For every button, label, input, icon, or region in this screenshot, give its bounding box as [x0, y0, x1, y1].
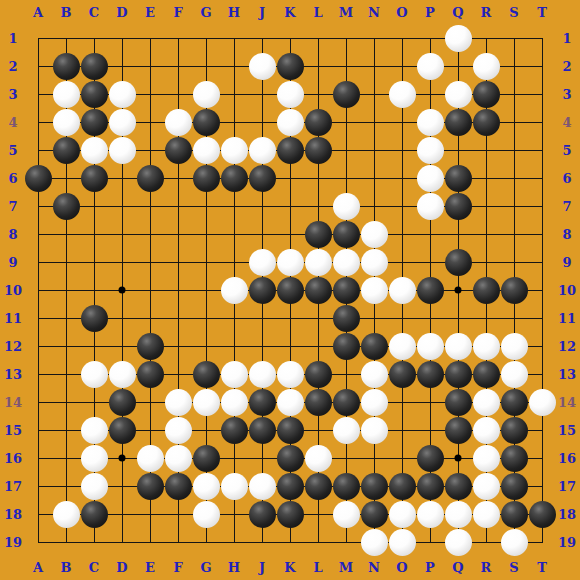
- intersection-L8[interactable]: [304, 220, 332, 248]
- intersection-E8[interactable]: [136, 220, 164, 248]
- intersection-P4[interactable]: [416, 108, 444, 136]
- intersection-G12[interactable]: [192, 332, 220, 360]
- intersection-N10[interactable]: [360, 276, 388, 304]
- intersection-F15[interactable]: [164, 416, 192, 444]
- intersection-K19[interactable]: [276, 528, 304, 556]
- intersection-F14[interactable]: [164, 388, 192, 416]
- intersection-S6[interactable]: [500, 164, 528, 192]
- intersection-C16[interactable]: [80, 444, 108, 472]
- intersection-O6[interactable]: [388, 164, 416, 192]
- intersection-F7[interactable]: [164, 192, 192, 220]
- intersection-H9[interactable]: [220, 248, 248, 276]
- intersection-A8[interactable]: [24, 220, 52, 248]
- intersection-J9[interactable]: [248, 248, 276, 276]
- intersection-M18[interactable]: [332, 500, 360, 528]
- intersection-G8[interactable]: [192, 220, 220, 248]
- intersection-C6[interactable]: [80, 164, 108, 192]
- intersection-E4[interactable]: [136, 108, 164, 136]
- intersection-E17[interactable]: [136, 472, 164, 500]
- intersection-Q11[interactable]: [444, 304, 472, 332]
- intersection-S11[interactable]: [500, 304, 528, 332]
- intersection-C2[interactable]: [80, 52, 108, 80]
- intersection-L13[interactable]: [304, 360, 332, 388]
- intersection-R14[interactable]: [472, 388, 500, 416]
- intersection-H10[interactable]: [220, 276, 248, 304]
- intersection-J13[interactable]: [248, 360, 276, 388]
- intersection-G10[interactable]: [192, 276, 220, 304]
- intersection-K1[interactable]: [276, 24, 304, 52]
- intersection-N9[interactable]: [360, 248, 388, 276]
- intersection-L7[interactable]: [304, 192, 332, 220]
- intersection-B5[interactable]: [52, 136, 80, 164]
- intersection-F9[interactable]: [164, 248, 192, 276]
- intersection-D5[interactable]: [108, 136, 136, 164]
- intersection-O14[interactable]: [388, 388, 416, 416]
- intersection-P9[interactable]: [416, 248, 444, 276]
- intersection-L19[interactable]: [304, 528, 332, 556]
- intersection-D1[interactable]: [108, 24, 136, 52]
- intersection-T16[interactable]: [528, 444, 556, 472]
- intersection-Q2[interactable]: [444, 52, 472, 80]
- intersection-D7[interactable]: [108, 192, 136, 220]
- intersection-C15[interactable]: [80, 416, 108, 444]
- intersection-N7[interactable]: [360, 192, 388, 220]
- intersection-G7[interactable]: [192, 192, 220, 220]
- intersection-R10[interactable]: [472, 276, 500, 304]
- intersection-C14[interactable]: [80, 388, 108, 416]
- intersection-C11[interactable]: [80, 304, 108, 332]
- intersection-J6[interactable]: [248, 164, 276, 192]
- intersection-S13[interactable]: [500, 360, 528, 388]
- intersection-R9[interactable]: [472, 248, 500, 276]
- intersection-B15[interactable]: [52, 416, 80, 444]
- intersection-E7[interactable]: [136, 192, 164, 220]
- intersection-T2[interactable]: [528, 52, 556, 80]
- intersection-O8[interactable]: [388, 220, 416, 248]
- intersection-O9[interactable]: [388, 248, 416, 276]
- intersection-A9[interactable]: [24, 248, 52, 276]
- intersection-T3[interactable]: [528, 80, 556, 108]
- intersection-T14[interactable]: [528, 388, 556, 416]
- intersection-M13[interactable]: [332, 360, 360, 388]
- intersection-B9[interactable]: [52, 248, 80, 276]
- intersection-J1[interactable]: [248, 24, 276, 52]
- intersection-H13[interactable]: [220, 360, 248, 388]
- intersection-R17[interactable]: [472, 472, 500, 500]
- intersection-A11[interactable]: [24, 304, 52, 332]
- intersection-A19[interactable]: [24, 528, 52, 556]
- intersection-E11[interactable]: [136, 304, 164, 332]
- intersection-J15[interactable]: [248, 416, 276, 444]
- intersection-H3[interactable]: [220, 80, 248, 108]
- intersection-P3[interactable]: [416, 80, 444, 108]
- intersection-O2[interactable]: [388, 52, 416, 80]
- intersection-A4[interactable]: [24, 108, 52, 136]
- intersection-L4[interactable]: [304, 108, 332, 136]
- intersection-H5[interactable]: [220, 136, 248, 164]
- intersection-G6[interactable]: [192, 164, 220, 192]
- intersection-R4[interactable]: [472, 108, 500, 136]
- intersection-N17[interactable]: [360, 472, 388, 500]
- intersection-J12[interactable]: [248, 332, 276, 360]
- intersection-N6[interactable]: [360, 164, 388, 192]
- intersection-J2[interactable]: [248, 52, 276, 80]
- intersection-D19[interactable]: [108, 528, 136, 556]
- intersection-B18[interactable]: [52, 500, 80, 528]
- intersection-Q3[interactable]: [444, 80, 472, 108]
- intersection-T13[interactable]: [528, 360, 556, 388]
- intersection-Q18[interactable]: [444, 500, 472, 528]
- intersection-M12[interactable]: [332, 332, 360, 360]
- intersection-N15[interactable]: [360, 416, 388, 444]
- intersection-P1[interactable]: [416, 24, 444, 52]
- intersection-G19[interactable]: [192, 528, 220, 556]
- intersection-N19[interactable]: [360, 528, 388, 556]
- intersection-B14[interactable]: [52, 388, 80, 416]
- intersection-Q9[interactable]: [444, 248, 472, 276]
- intersection-J4[interactable]: [248, 108, 276, 136]
- intersection-O10[interactable]: [388, 276, 416, 304]
- intersection-A2[interactable]: [24, 52, 52, 80]
- intersection-T6[interactable]: [528, 164, 556, 192]
- intersection-S15[interactable]: [500, 416, 528, 444]
- intersection-G17[interactable]: [192, 472, 220, 500]
- intersection-A17[interactable]: [24, 472, 52, 500]
- intersection-P17[interactable]: [416, 472, 444, 500]
- intersection-H6[interactable]: [220, 164, 248, 192]
- intersection-M2[interactable]: [332, 52, 360, 80]
- intersection-B19[interactable]: [52, 528, 80, 556]
- intersection-E16[interactable]: [136, 444, 164, 472]
- intersection-M15[interactable]: [332, 416, 360, 444]
- intersection-K3[interactable]: [276, 80, 304, 108]
- intersection-C9[interactable]: [80, 248, 108, 276]
- intersection-G11[interactable]: [192, 304, 220, 332]
- intersection-S9[interactable]: [500, 248, 528, 276]
- intersection-N2[interactable]: [360, 52, 388, 80]
- intersection-Q10[interactable]: [444, 276, 472, 304]
- intersection-R7[interactable]: [472, 192, 500, 220]
- intersection-Q16[interactable]: [444, 444, 472, 472]
- intersection-K7[interactable]: [276, 192, 304, 220]
- intersection-O11[interactable]: [388, 304, 416, 332]
- intersection-K5[interactable]: [276, 136, 304, 164]
- intersection-E14[interactable]: [136, 388, 164, 416]
- intersection-Q17[interactable]: [444, 472, 472, 500]
- intersection-N14[interactable]: [360, 388, 388, 416]
- intersection-G14[interactable]: [192, 388, 220, 416]
- intersection-A12[interactable]: [24, 332, 52, 360]
- intersection-S14[interactable]: [500, 388, 528, 416]
- intersection-M5[interactable]: [332, 136, 360, 164]
- intersection-A6[interactable]: [24, 164, 52, 192]
- intersection-F10[interactable]: [164, 276, 192, 304]
- intersection-S1[interactable]: [500, 24, 528, 52]
- intersection-F6[interactable]: [164, 164, 192, 192]
- intersection-O4[interactable]: [388, 108, 416, 136]
- intersection-T1[interactable]: [528, 24, 556, 52]
- intersection-F8[interactable]: [164, 220, 192, 248]
- intersection-S18[interactable]: [500, 500, 528, 528]
- intersection-G2[interactable]: [192, 52, 220, 80]
- intersection-D3[interactable]: [108, 80, 136, 108]
- intersection-M3[interactable]: [332, 80, 360, 108]
- intersection-B17[interactable]: [52, 472, 80, 500]
- intersection-A18[interactable]: [24, 500, 52, 528]
- intersection-M7[interactable]: [332, 192, 360, 220]
- intersection-M1[interactable]: [332, 24, 360, 52]
- intersection-L11[interactable]: [304, 304, 332, 332]
- intersection-H7[interactable]: [220, 192, 248, 220]
- intersection-G1[interactable]: [192, 24, 220, 52]
- intersection-J10[interactable]: [248, 276, 276, 304]
- intersection-T5[interactable]: [528, 136, 556, 164]
- intersection-C10[interactable]: [80, 276, 108, 304]
- intersection-R2[interactable]: [472, 52, 500, 80]
- intersection-K17[interactable]: [276, 472, 304, 500]
- intersection-O16[interactable]: [388, 444, 416, 472]
- intersection-H2[interactable]: [220, 52, 248, 80]
- intersection-D12[interactable]: [108, 332, 136, 360]
- intersection-K2[interactable]: [276, 52, 304, 80]
- intersection-L18[interactable]: [304, 500, 332, 528]
- intersection-K13[interactable]: [276, 360, 304, 388]
- intersection-D6[interactable]: [108, 164, 136, 192]
- intersection-D13[interactable]: [108, 360, 136, 388]
- intersection-T8[interactable]: [528, 220, 556, 248]
- intersection-B6[interactable]: [52, 164, 80, 192]
- intersection-P16[interactable]: [416, 444, 444, 472]
- intersection-Q8[interactable]: [444, 220, 472, 248]
- intersection-S4[interactable]: [500, 108, 528, 136]
- intersection-D16[interactable]: [108, 444, 136, 472]
- intersection-P7[interactable]: [416, 192, 444, 220]
- intersection-C19[interactable]: [80, 528, 108, 556]
- intersection-K18[interactable]: [276, 500, 304, 528]
- intersection-C17[interactable]: [80, 472, 108, 500]
- intersection-O13[interactable]: [388, 360, 416, 388]
- intersection-N13[interactable]: [360, 360, 388, 388]
- intersection-P5[interactable]: [416, 136, 444, 164]
- intersection-J7[interactable]: [248, 192, 276, 220]
- intersection-L3[interactable]: [304, 80, 332, 108]
- intersection-B4[interactable]: [52, 108, 80, 136]
- intersection-S2[interactable]: [500, 52, 528, 80]
- intersection-S8[interactable]: [500, 220, 528, 248]
- intersection-A16[interactable]: [24, 444, 52, 472]
- intersection-J14[interactable]: [248, 388, 276, 416]
- intersection-N4[interactable]: [360, 108, 388, 136]
- intersection-L2[interactable]: [304, 52, 332, 80]
- intersection-H14[interactable]: [220, 388, 248, 416]
- intersection-B8[interactable]: [52, 220, 80, 248]
- intersection-T4[interactable]: [528, 108, 556, 136]
- intersection-S10[interactable]: [500, 276, 528, 304]
- intersection-S3[interactable]: [500, 80, 528, 108]
- intersection-Q7[interactable]: [444, 192, 472, 220]
- intersection-K15[interactable]: [276, 416, 304, 444]
- intersection-F12[interactable]: [164, 332, 192, 360]
- intersection-R1[interactable]: [472, 24, 500, 52]
- intersection-C4[interactable]: [80, 108, 108, 136]
- intersection-R6[interactable]: [472, 164, 500, 192]
- intersection-H8[interactable]: [220, 220, 248, 248]
- intersection-P10[interactable]: [416, 276, 444, 304]
- intersection-R13[interactable]: [472, 360, 500, 388]
- intersection-C18[interactable]: [80, 500, 108, 528]
- intersection-B1[interactable]: [52, 24, 80, 52]
- intersection-E19[interactable]: [136, 528, 164, 556]
- intersection-M4[interactable]: [332, 108, 360, 136]
- intersection-J16[interactable]: [248, 444, 276, 472]
- intersection-E3[interactable]: [136, 80, 164, 108]
- intersection-M14[interactable]: [332, 388, 360, 416]
- intersection-Q12[interactable]: [444, 332, 472, 360]
- intersection-F18[interactable]: [164, 500, 192, 528]
- intersection-Q6[interactable]: [444, 164, 472, 192]
- intersection-A5[interactable]: [24, 136, 52, 164]
- intersection-S5[interactable]: [500, 136, 528, 164]
- intersection-O7[interactable]: [388, 192, 416, 220]
- intersection-O5[interactable]: [388, 136, 416, 164]
- intersection-G3[interactable]: [192, 80, 220, 108]
- intersection-L16[interactable]: [304, 444, 332, 472]
- intersection-K12[interactable]: [276, 332, 304, 360]
- intersection-T12[interactable]: [528, 332, 556, 360]
- intersection-R12[interactable]: [472, 332, 500, 360]
- intersection-R18[interactable]: [472, 500, 500, 528]
- intersection-A14[interactable]: [24, 388, 52, 416]
- intersection-K8[interactable]: [276, 220, 304, 248]
- intersection-P14[interactable]: [416, 388, 444, 416]
- intersection-F5[interactable]: [164, 136, 192, 164]
- intersection-D9[interactable]: [108, 248, 136, 276]
- intersection-F16[interactable]: [164, 444, 192, 472]
- intersection-J5[interactable]: [248, 136, 276, 164]
- intersection-M19[interactable]: [332, 528, 360, 556]
- intersection-A1[interactable]: [24, 24, 52, 52]
- intersection-D18[interactable]: [108, 500, 136, 528]
- intersection-T10[interactable]: [528, 276, 556, 304]
- intersection-L12[interactable]: [304, 332, 332, 360]
- intersection-R5[interactable]: [472, 136, 500, 164]
- intersection-R8[interactable]: [472, 220, 500, 248]
- intersection-F13[interactable]: [164, 360, 192, 388]
- intersection-F4[interactable]: [164, 108, 192, 136]
- intersection-D4[interactable]: [108, 108, 136, 136]
- intersection-N1[interactable]: [360, 24, 388, 52]
- intersection-F2[interactable]: [164, 52, 192, 80]
- intersection-S17[interactable]: [500, 472, 528, 500]
- intersection-M6[interactable]: [332, 164, 360, 192]
- intersection-H19[interactable]: [220, 528, 248, 556]
- intersection-S12[interactable]: [500, 332, 528, 360]
- intersection-G13[interactable]: [192, 360, 220, 388]
- intersection-D8[interactable]: [108, 220, 136, 248]
- intersection-G4[interactable]: [192, 108, 220, 136]
- intersection-O17[interactable]: [388, 472, 416, 500]
- intersection-J18[interactable]: [248, 500, 276, 528]
- intersection-Q4[interactable]: [444, 108, 472, 136]
- intersection-Q14[interactable]: [444, 388, 472, 416]
- intersection-D17[interactable]: [108, 472, 136, 500]
- intersection-E6[interactable]: [136, 164, 164, 192]
- intersection-K9[interactable]: [276, 248, 304, 276]
- intersection-H1[interactable]: [220, 24, 248, 52]
- intersection-D2[interactable]: [108, 52, 136, 80]
- intersection-C12[interactable]: [80, 332, 108, 360]
- intersection-L9[interactable]: [304, 248, 332, 276]
- intersection-L1[interactable]: [304, 24, 332, 52]
- intersection-N8[interactable]: [360, 220, 388, 248]
- intersection-J11[interactable]: [248, 304, 276, 332]
- intersection-R11[interactable]: [472, 304, 500, 332]
- intersection-M11[interactable]: [332, 304, 360, 332]
- intersection-N3[interactable]: [360, 80, 388, 108]
- intersection-H4[interactable]: [220, 108, 248, 136]
- intersection-L17[interactable]: [304, 472, 332, 500]
- intersection-P19[interactable]: [416, 528, 444, 556]
- intersection-O18[interactable]: [388, 500, 416, 528]
- intersection-D10[interactable]: [108, 276, 136, 304]
- intersection-C7[interactable]: [80, 192, 108, 220]
- intersection-R15[interactable]: [472, 416, 500, 444]
- intersection-H12[interactable]: [220, 332, 248, 360]
- intersection-B2[interactable]: [52, 52, 80, 80]
- intersection-K11[interactable]: [276, 304, 304, 332]
- intersection-L6[interactable]: [304, 164, 332, 192]
- intersection-N5[interactable]: [360, 136, 388, 164]
- intersection-E9[interactable]: [136, 248, 164, 276]
- intersection-N11[interactable]: [360, 304, 388, 332]
- intersection-H17[interactable]: [220, 472, 248, 500]
- intersection-B16[interactable]: [52, 444, 80, 472]
- intersection-E18[interactable]: [136, 500, 164, 528]
- intersection-C8[interactable]: [80, 220, 108, 248]
- intersection-P6[interactable]: [416, 164, 444, 192]
- intersection-T15[interactable]: [528, 416, 556, 444]
- intersection-E12[interactable]: [136, 332, 164, 360]
- intersection-E2[interactable]: [136, 52, 164, 80]
- intersection-G18[interactable]: [192, 500, 220, 528]
- intersection-N12[interactable]: [360, 332, 388, 360]
- intersection-O3[interactable]: [388, 80, 416, 108]
- intersection-K4[interactable]: [276, 108, 304, 136]
- intersection-Q1[interactable]: [444, 24, 472, 52]
- intersection-S19[interactable]: [500, 528, 528, 556]
- intersection-O1[interactable]: [388, 24, 416, 52]
- intersection-E13[interactable]: [136, 360, 164, 388]
- intersection-N18[interactable]: [360, 500, 388, 528]
- intersection-B11[interactable]: [52, 304, 80, 332]
- intersection-A7[interactable]: [24, 192, 52, 220]
- intersection-R19[interactable]: [472, 528, 500, 556]
- intersection-A13[interactable]: [24, 360, 52, 388]
- intersection-S16[interactable]: [500, 444, 528, 472]
- intersection-L14[interactable]: [304, 388, 332, 416]
- intersection-P18[interactable]: [416, 500, 444, 528]
- intersection-R3[interactable]: [472, 80, 500, 108]
- intersection-T18[interactable]: [528, 500, 556, 528]
- intersection-J8[interactable]: [248, 220, 276, 248]
- intersection-D11[interactable]: [108, 304, 136, 332]
- intersection-C5[interactable]: [80, 136, 108, 164]
- intersection-G16[interactable]: [192, 444, 220, 472]
- intersection-T17[interactable]: [528, 472, 556, 500]
- intersection-R16[interactable]: [472, 444, 500, 472]
- intersection-T9[interactable]: [528, 248, 556, 276]
- intersection-K10[interactable]: [276, 276, 304, 304]
